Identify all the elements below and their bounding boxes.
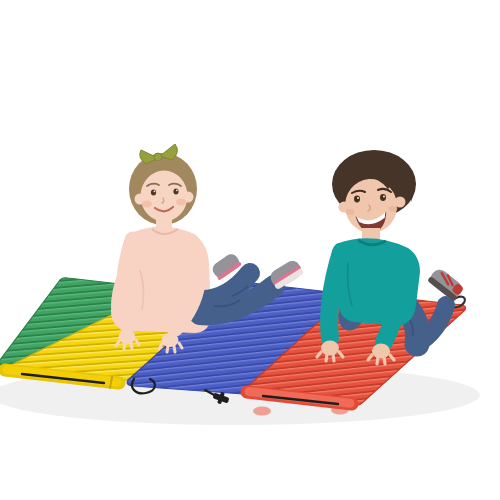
scene-illustration <box>0 0 500 500</box>
girl-blush-left <box>142 201 152 208</box>
boy-eye-glint-left <box>357 197 359 199</box>
girl-hand-left-palm <box>119 330 136 344</box>
boy-hand-right-palm <box>372 344 390 359</box>
girl-arm-left-sleeve <box>124 240 133 324</box>
boy-eye-right <box>380 194 386 201</box>
girl-blush-right <box>176 199 186 206</box>
boy-eye-glint-right <box>383 196 385 198</box>
girl-hand-right-palm <box>162 333 179 347</box>
boy-blush-right <box>389 206 398 212</box>
photo-canvas <box>0 0 500 500</box>
girl-eye-glint-right <box>176 190 178 192</box>
boy-hand-left-palm <box>321 341 339 356</box>
girl-eye-right <box>173 189 178 195</box>
boy-eye-left <box>354 196 360 203</box>
girl-eye-glint-left <box>154 191 156 193</box>
boy-blush-left <box>346 209 355 215</box>
red-mat-foot-left <box>253 407 271 416</box>
girl-face <box>141 171 188 222</box>
girl-eye-left <box>151 190 156 196</box>
